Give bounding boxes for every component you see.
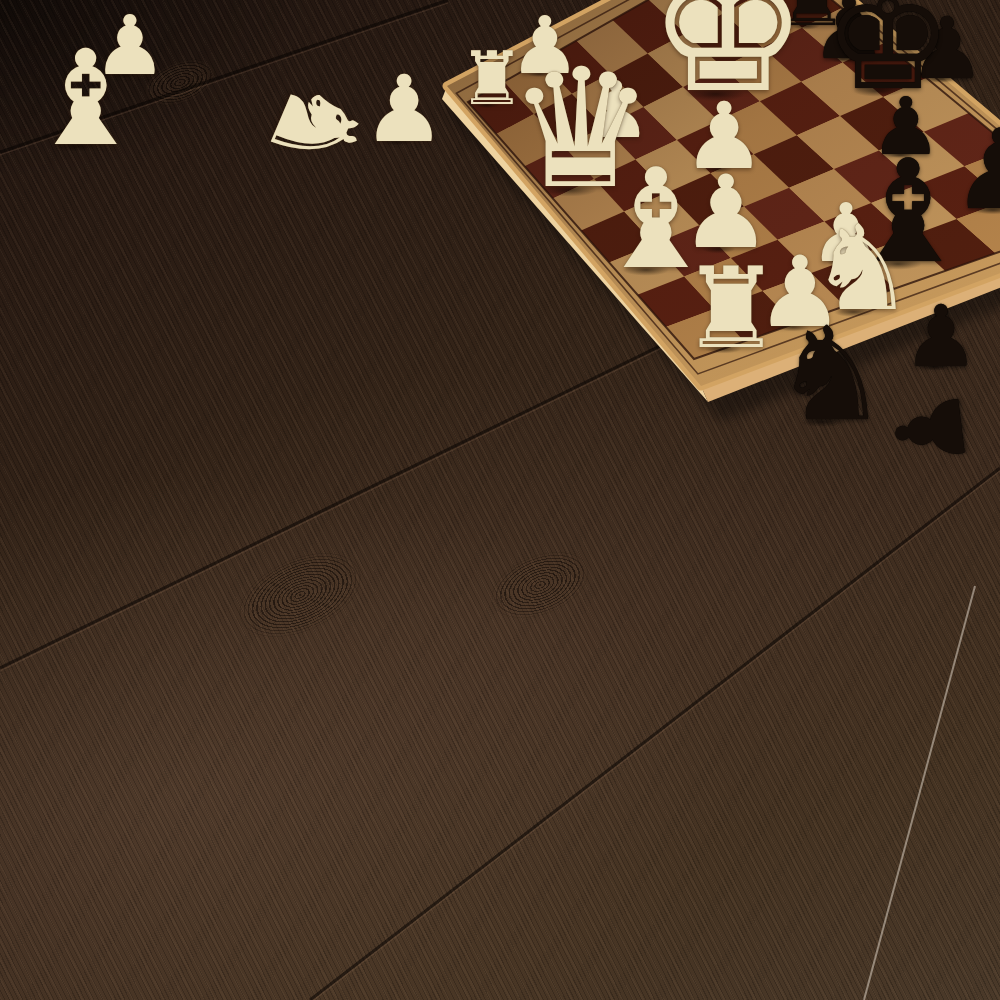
white-bishop-floor-piece[interactable]: ♝ — [27, 32, 145, 164]
white-rook-h2-piece[interactable]: ♜ — [681, 252, 782, 364]
black-pawn-floor-piece[interactable]: ♟ — [903, 294, 979, 379]
black-pawn-floor-piece[interactable]: ♟ — [881, 383, 981, 475]
chess-photo-scene: ♜♟♟♟♟♚♚♜♞♟♟♝♟♟♛♟♟♟♝♝♞♟♜♟♞♟ — [0, 0, 1000, 1000]
black-knight-floor-piece[interactable]: ♞ — [773, 310, 889, 439]
white-pawn-floor-piece[interactable]: ♟ — [363, 63, 446, 155]
chess-pieces: ♜♟♟♟♟♚♚♜♞♟♟♝♟♟♛♟♟♟♝♝♞♟♜♟♞♟ — [0, 0, 1000, 1000]
